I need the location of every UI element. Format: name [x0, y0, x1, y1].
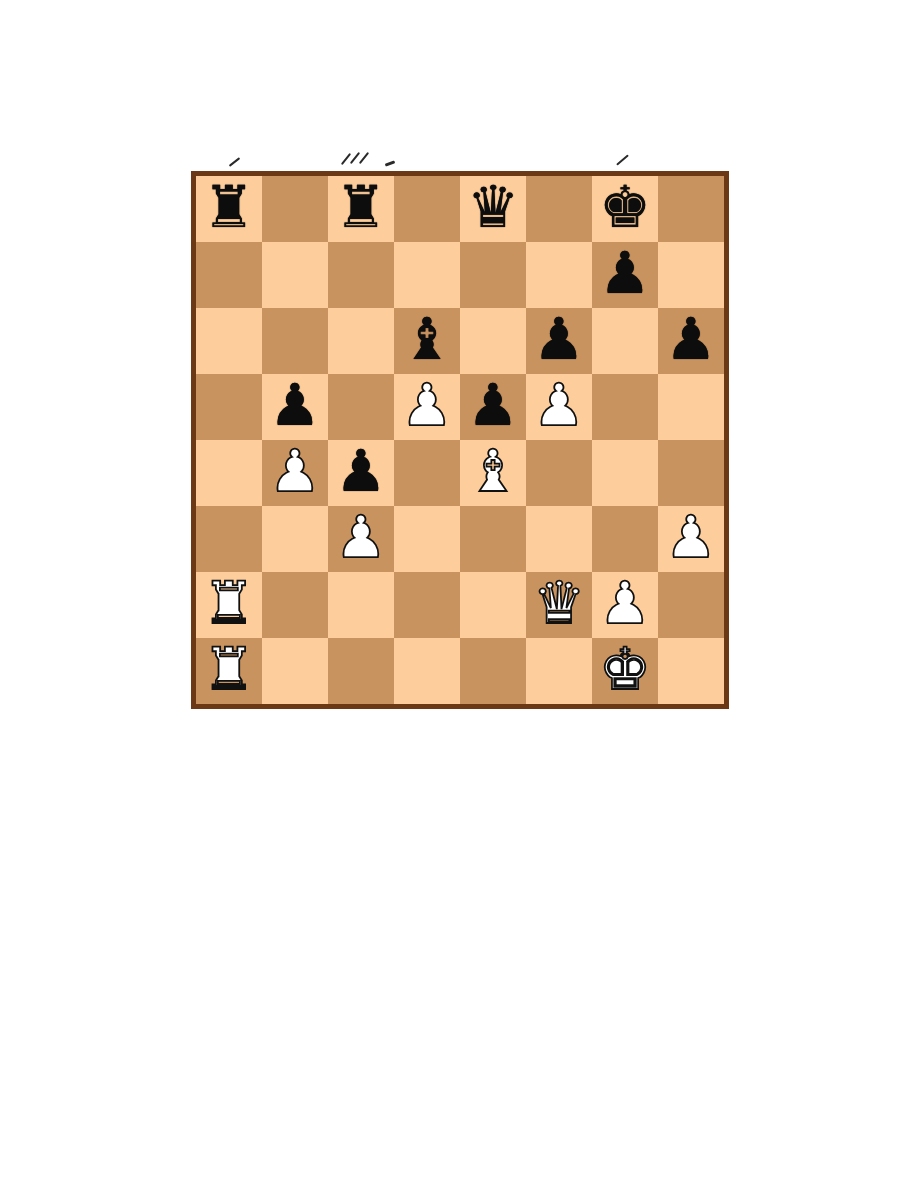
white-bishop: ♝ [467, 438, 519, 504]
black-rook: ♜ [335, 174, 387, 240]
square-f4[interactable] [526, 440, 592, 506]
square-a4[interactable] [196, 440, 262, 506]
square-g7[interactable]: ♟ [592, 242, 658, 308]
white-pawn: ♟ [335, 504, 387, 570]
square-b4[interactable]: ♟ [262, 440, 328, 506]
square-f7[interactable] [526, 242, 592, 308]
square-h2[interactable] [658, 572, 724, 638]
white-pawn: ♟ [599, 570, 651, 636]
square-d7[interactable] [394, 242, 460, 308]
square-b1[interactable] [262, 638, 328, 704]
white-pawn: ♟ [665, 504, 717, 570]
square-b5[interactable]: ♟ [262, 374, 328, 440]
square-d8[interactable] [394, 176, 460, 242]
white-king: ♚ [599, 636, 651, 702]
square-h5[interactable] [658, 374, 724, 440]
square-b6[interactable] [262, 308, 328, 374]
square-h8[interactable] [658, 176, 724, 242]
white-rook: ♜ [203, 636, 255, 702]
square-a3[interactable] [196, 506, 262, 572]
square-a2[interactable]: ♜ [196, 572, 262, 638]
pen-mark-icon [385, 160, 395, 166]
square-c3[interactable]: ♟ [328, 506, 394, 572]
square-h4[interactable] [658, 440, 724, 506]
square-b2[interactable] [262, 572, 328, 638]
black-pawn: ♟ [467, 372, 519, 438]
document-page: ♜♜♛♚♟♝♟♟♟♟♟♟♟♟♝♟♟♜♛♟♜♚ [0, 0, 918, 1188]
square-g3[interactable] [592, 506, 658, 572]
pen-mark-icon [359, 152, 369, 164]
square-g8[interactable]: ♚ [592, 176, 658, 242]
white-rook: ♜ [203, 570, 255, 636]
square-h1[interactable] [658, 638, 724, 704]
black-king: ♚ [599, 174, 651, 240]
square-c5[interactable] [328, 374, 394, 440]
black-pawn: ♟ [335, 438, 387, 504]
black-bishop: ♝ [401, 306, 453, 372]
square-f1[interactable] [526, 638, 592, 704]
square-a5[interactable] [196, 374, 262, 440]
square-c2[interactable] [328, 572, 394, 638]
square-g2[interactable]: ♟ [592, 572, 658, 638]
square-g6[interactable] [592, 308, 658, 374]
square-e6[interactable] [460, 308, 526, 374]
square-h7[interactable] [658, 242, 724, 308]
black-pawn: ♟ [665, 306, 717, 372]
square-h6[interactable]: ♟ [658, 308, 724, 374]
square-d5[interactable]: ♟ [394, 374, 460, 440]
square-a1[interactable]: ♜ [196, 638, 262, 704]
white-pawn: ♟ [401, 372, 453, 438]
chess-board: ♜♜♛♚♟♝♟♟♟♟♟♟♟♟♝♟♟♜♛♟♜♚ [196, 176, 724, 704]
square-d1[interactable] [394, 638, 460, 704]
white-queen: ♛ [533, 570, 585, 636]
square-e7[interactable] [460, 242, 526, 308]
square-g1[interactable]: ♚ [592, 638, 658, 704]
black-pawn: ♟ [599, 240, 651, 306]
square-f3[interactable] [526, 506, 592, 572]
square-d4[interactable] [394, 440, 460, 506]
square-e2[interactable] [460, 572, 526, 638]
square-c4[interactable]: ♟ [328, 440, 394, 506]
square-f8[interactable] [526, 176, 592, 242]
square-c7[interactable] [328, 242, 394, 308]
square-a8[interactable]: ♜ [196, 176, 262, 242]
square-d6[interactable]: ♝ [394, 308, 460, 374]
square-d2[interactable] [394, 572, 460, 638]
square-d3[interactable] [394, 506, 460, 572]
square-e1[interactable] [460, 638, 526, 704]
square-g4[interactable] [592, 440, 658, 506]
square-f5[interactable]: ♟ [526, 374, 592, 440]
black-rook: ♜ [203, 174, 255, 240]
pen-mark-icon [616, 154, 629, 165]
square-f2[interactable]: ♛ [526, 572, 592, 638]
square-c8[interactable]: ♜ [328, 176, 394, 242]
pen-mark-icon [229, 157, 240, 167]
board-frame: ♜♜♛♚♟♝♟♟♟♟♟♟♟♟♝♟♟♜♛♟♜♚ [191, 171, 729, 709]
square-c1[interactable] [328, 638, 394, 704]
square-f6[interactable]: ♟ [526, 308, 592, 374]
square-e4[interactable]: ♝ [460, 440, 526, 506]
square-h3[interactable]: ♟ [658, 506, 724, 572]
square-e3[interactable] [460, 506, 526, 572]
square-a7[interactable] [196, 242, 262, 308]
square-b8[interactable] [262, 176, 328, 242]
square-g5[interactable] [592, 374, 658, 440]
white-pawn: ♟ [269, 438, 321, 504]
black-pawn: ♟ [533, 306, 585, 372]
black-pawn: ♟ [269, 372, 321, 438]
white-pawn: ♟ [533, 372, 585, 438]
square-a6[interactable] [196, 308, 262, 374]
square-e5[interactable]: ♟ [460, 374, 526, 440]
black-queen: ♛ [467, 174, 519, 240]
square-b3[interactable] [262, 506, 328, 572]
square-e8[interactable]: ♛ [460, 176, 526, 242]
square-b7[interactable] [262, 242, 328, 308]
square-c6[interactable] [328, 308, 394, 374]
